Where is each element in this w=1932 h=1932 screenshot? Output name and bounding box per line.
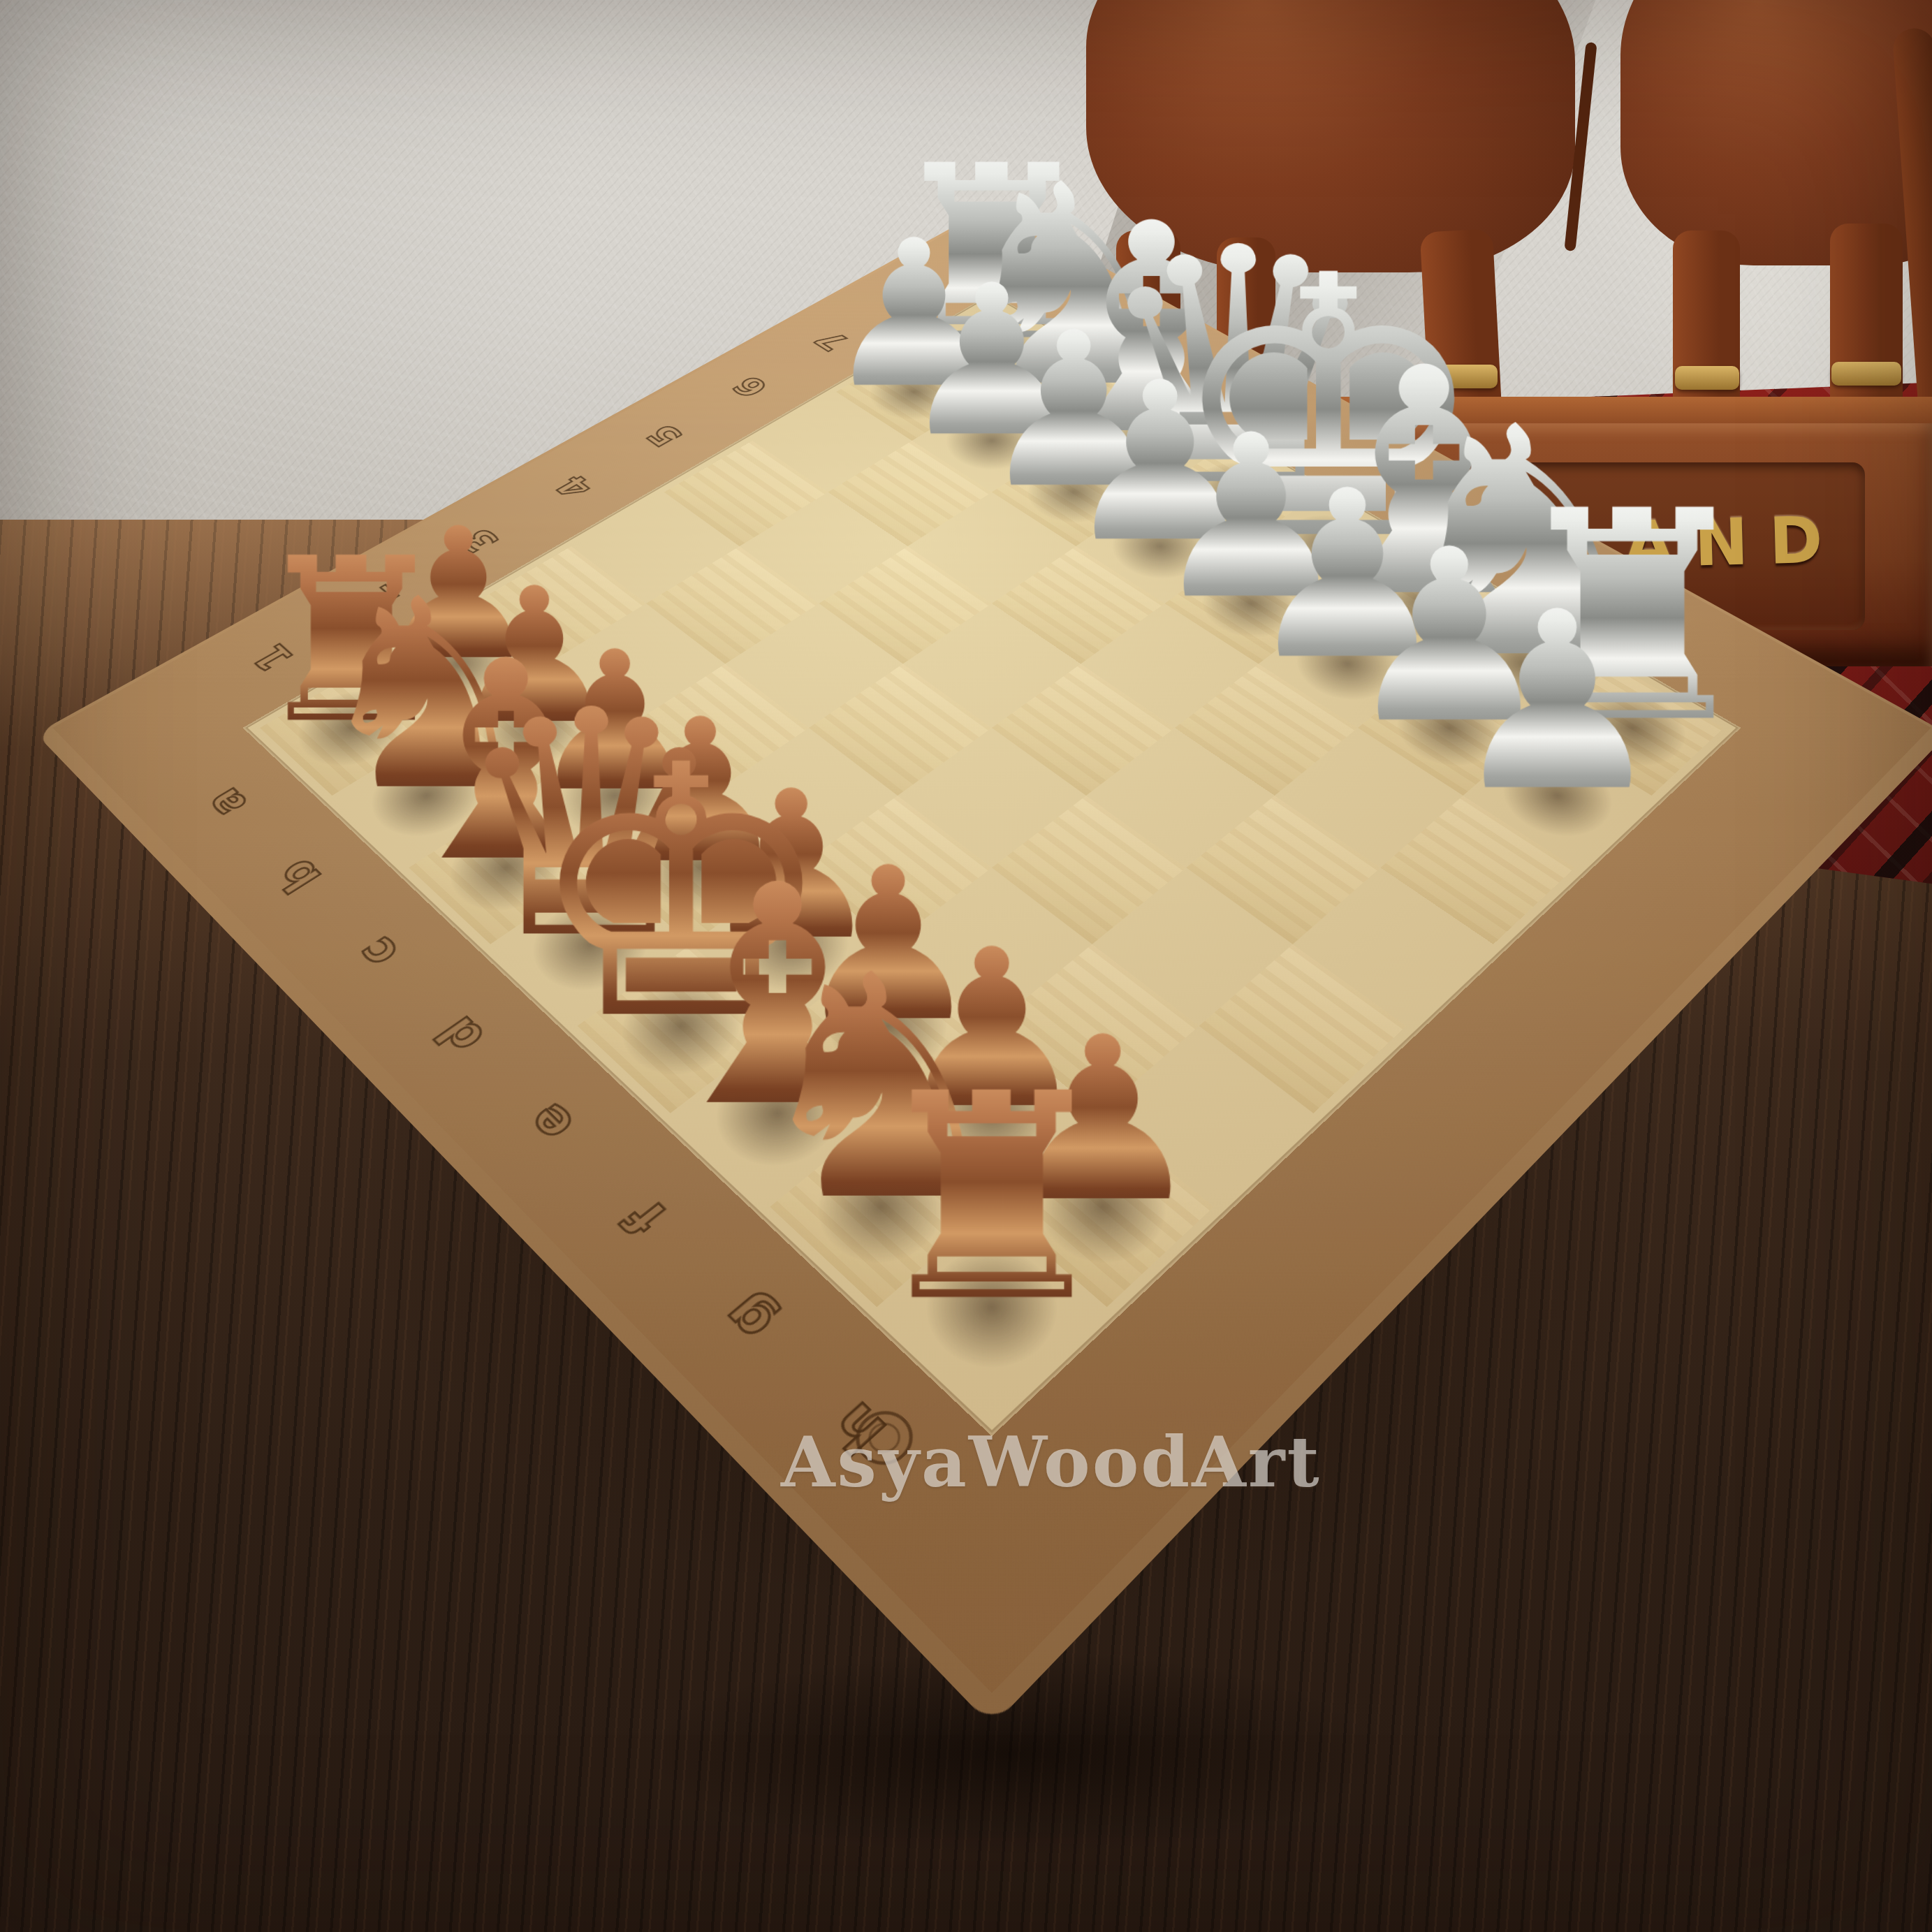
copper-rook-h1[interactable]: ♜ bbox=[865, 1057, 1120, 1341]
watermark-text: AsyaWoodArt bbox=[781, 1421, 1322, 1503]
elephant-leg bbox=[1673, 230, 1740, 423]
rank-label-5: 5 bbox=[638, 419, 692, 453]
square-h5[interactable] bbox=[1293, 868, 1493, 1026]
file-label-g: g bbox=[708, 1283, 788, 1354]
file-label-e: e bbox=[513, 1093, 587, 1153]
board-maple-frame: ♜♞♝♛♚♝♞♜♟♟♟♟♟♟♟♟♟♟♟♟♟♟♟♟♜♞♝♛♚♝♞♜ bbox=[245, 294, 1739, 1433]
brass-anklet bbox=[1831, 362, 1901, 386]
silver-pawn-h7[interactable]: ♟ bbox=[1447, 580, 1667, 825]
rank-label-4: 4 bbox=[546, 469, 603, 504]
rank-label-6: 6 bbox=[724, 371, 777, 402]
file-label-b: b bbox=[264, 851, 334, 902]
photo-scene: THAILAND ♜♞♝♛♚♝♞♜♟♟♟♟♟♟♟♟♟♟♟♟♟♟♟♟♜♞♝♛♚♝♞… bbox=[0, 0, 1932, 1932]
file-label-d: d bbox=[424, 1007, 497, 1064]
board-grid: ♜♞♝♛♚♝♞♜♟♟♟♟♟♟♟♟♟♟♟♟♟♟♟♟♜♞♝♛♚♝♞♜ bbox=[260, 301, 1724, 1415]
file-label-a: a bbox=[192, 780, 259, 827]
square-h7[interactable]: ♟ bbox=[1463, 728, 1652, 868]
brass-anklet bbox=[1675, 366, 1739, 390]
square-h1[interactable]: ♜ bbox=[877, 1207, 1106, 1415]
file-label-f: f bbox=[612, 1190, 680, 1246]
file-label-c: c bbox=[343, 928, 411, 978]
